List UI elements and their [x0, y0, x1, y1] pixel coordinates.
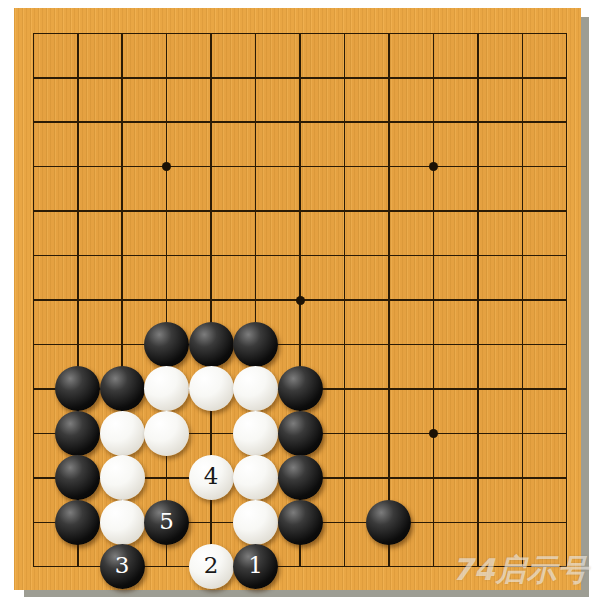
- stone-black: 1: [233, 544, 278, 589]
- stone-black: [144, 322, 189, 367]
- stone-black: [233, 322, 278, 367]
- stone-black: [100, 366, 145, 411]
- stone-white: 4: [189, 455, 234, 500]
- move-number-label: 5: [159, 510, 174, 533]
- stone-black: [278, 455, 323, 500]
- stone-white: [100, 411, 145, 456]
- grid-line-vertical: [433, 33, 435, 568]
- stone-white: [233, 500, 278, 545]
- move-number-label: 3: [115, 554, 130, 577]
- move-number-label: 1: [248, 554, 263, 577]
- stone-black: 3: [100, 544, 145, 589]
- star-point: [429, 162, 438, 171]
- stone-black: [55, 411, 100, 456]
- stone-black: [189, 322, 234, 367]
- stone-white: [100, 455, 145, 500]
- grid-line-vertical: [477, 33, 479, 568]
- stone-white: [233, 411, 278, 456]
- stone-black: [278, 500, 323, 545]
- star-point: [429, 429, 438, 438]
- stone-black: [278, 411, 323, 456]
- star-point: [296, 296, 305, 305]
- stone-black: 5: [144, 500, 189, 545]
- grid-line-vertical: [388, 33, 390, 568]
- stone-white: [100, 500, 145, 545]
- stone-white: 2: [189, 544, 234, 589]
- stone-white: [189, 366, 234, 411]
- grid-line-vertical: [566, 33, 568, 568]
- go-board: 45321: [14, 8, 581, 590]
- move-number-label: 4: [204, 465, 219, 488]
- page: 45321 74启示号: [0, 0, 600, 600]
- stone-black: [366, 500, 411, 545]
- grid-line-vertical: [522, 33, 524, 568]
- stone-black: [278, 366, 323, 411]
- stone-white: [144, 411, 189, 456]
- grid-line-vertical: [344, 33, 346, 568]
- stone-black: [55, 500, 100, 545]
- move-number-label: 2: [204, 554, 219, 577]
- grid-line-horizontal: [33, 344, 568, 346]
